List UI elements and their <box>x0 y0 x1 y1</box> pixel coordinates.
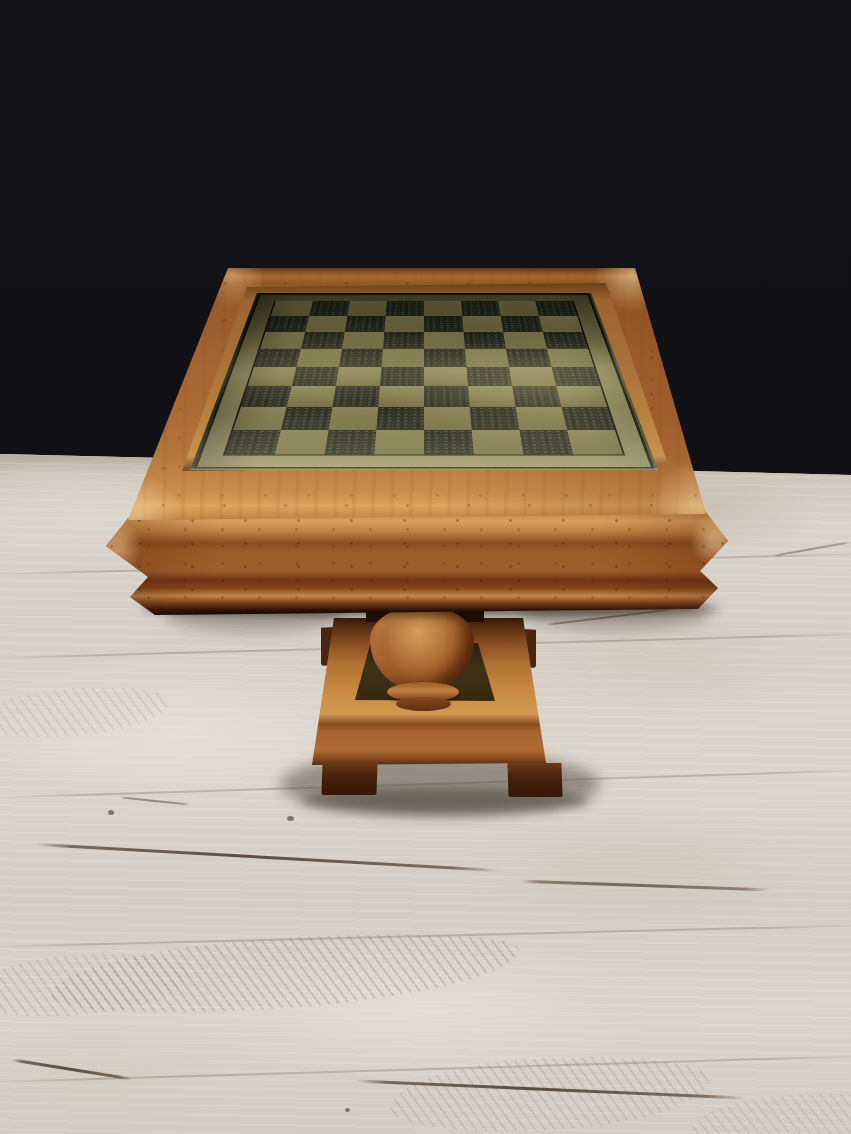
glass-glare <box>190 293 658 470</box>
floor-knot <box>345 1108 350 1112</box>
scene <box>0 0 851 1134</box>
base-foot-left <box>321 762 377 795</box>
chessboard-plane <box>190 293 658 470</box>
baluster-foot-disc <box>396 697 451 711</box>
base-foot-right <box>507 763 562 797</box>
floor-knot <box>287 816 294 821</box>
glass-chessboard <box>190 293 658 470</box>
floor-knot <box>108 810 114 815</box>
